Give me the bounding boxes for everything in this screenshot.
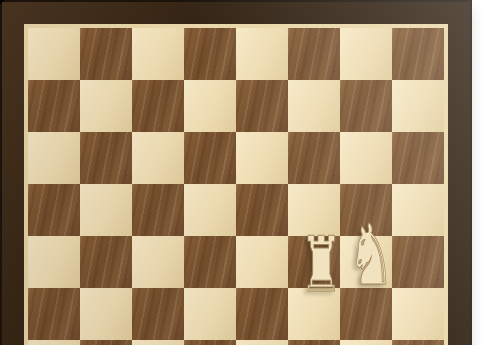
square-h6[interactable] (392, 132, 444, 184)
piece-white-rook[interactable]: ♜ (300, 227, 342, 303)
square-c3[interactable] (132, 288, 184, 340)
square-f7[interactable] (288, 80, 340, 132)
square-g7[interactable] (340, 80, 392, 132)
square-a8[interactable] (28, 28, 80, 80)
square-b4[interactable] (80, 236, 132, 288)
square-d8[interactable] (184, 28, 236, 80)
square-d6[interactable] (184, 132, 236, 184)
square-b7[interactable] (80, 80, 132, 132)
square-f6[interactable] (288, 132, 340, 184)
square-e5[interactable] (236, 184, 288, 236)
square-h3[interactable] (392, 288, 444, 340)
square-g8[interactable] (340, 28, 392, 80)
square-b5[interactable] (80, 184, 132, 236)
square-h7[interactable] (392, 80, 444, 132)
piece-white-knight[interactable]: ♞ (348, 213, 395, 297)
square-h4[interactable] (392, 236, 444, 288)
square-b2[interactable] (80, 340, 132, 345)
square-d4[interactable] (184, 236, 236, 288)
square-c5[interactable] (132, 184, 184, 236)
square-e2[interactable] (236, 340, 288, 345)
square-h2[interactable] (392, 340, 444, 345)
square-b3[interactable] (80, 288, 132, 340)
square-d3[interactable] (184, 288, 236, 340)
square-e7[interactable] (236, 80, 288, 132)
square-c8[interactable] (132, 28, 184, 80)
square-a5[interactable] (28, 184, 80, 236)
square-c4[interactable] (132, 236, 184, 288)
square-d5[interactable] (184, 184, 236, 236)
square-h8[interactable] (392, 28, 444, 80)
square-a7[interactable] (28, 80, 80, 132)
square-g6[interactable] (340, 132, 392, 184)
square-c2[interactable] (132, 340, 184, 345)
product-photo-stage: ♜♞♝♛♚♝♞♜♟♟♟♟♟♟♟♟♟♟♟♟♟♟♟♟♜♞♝♛♚♝♜♞ (0, 0, 500, 345)
square-a3[interactable] (28, 288, 80, 340)
chess-board (0, 0, 472, 345)
square-e6[interactable] (236, 132, 288, 184)
square-c7[interactable] (132, 80, 184, 132)
square-a6[interactable] (28, 132, 80, 184)
square-f8[interactable] (288, 28, 340, 80)
square-b8[interactable] (80, 28, 132, 80)
square-g2[interactable] (340, 340, 392, 345)
square-e3[interactable] (236, 288, 288, 340)
square-f2[interactable] (288, 340, 340, 345)
square-b6[interactable] (80, 132, 132, 184)
square-c6[interactable] (132, 132, 184, 184)
square-h5[interactable] (392, 184, 444, 236)
square-e8[interactable] (236, 28, 288, 80)
square-e4[interactable] (236, 236, 288, 288)
square-d2[interactable] (184, 340, 236, 345)
square-a4[interactable] (28, 236, 80, 288)
square-d7[interactable] (184, 80, 236, 132)
square-a2[interactable] (28, 340, 80, 345)
